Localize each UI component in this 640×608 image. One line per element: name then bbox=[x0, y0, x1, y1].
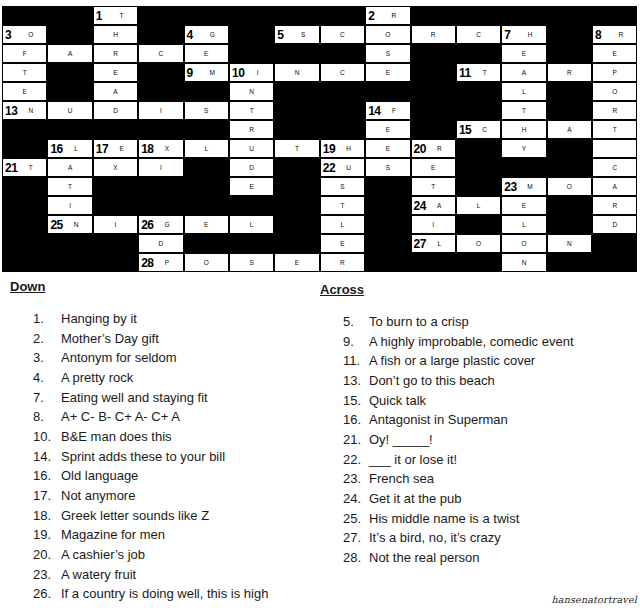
cell-letter: S bbox=[230, 259, 273, 266]
cell-r4c9[interactable]: E bbox=[365, 63, 410, 82]
cell-r4c12[interactable]: A bbox=[501, 63, 546, 82]
black-cell-r1c12 bbox=[501, 6, 546, 25]
cell-letter: A bbox=[548, 126, 591, 132]
cell-letter: E bbox=[185, 221, 228, 228]
cell-r6c14[interactable]: R bbox=[592, 101, 637, 120]
clue-item-text: A fish or a large plastic cover bbox=[369, 353, 638, 369]
cell-r9c6[interactable]: D bbox=[229, 158, 274, 177]
cell-r14c6[interactable]: S bbox=[229, 253, 274, 272]
cell-r9c1[interactable]: 21T bbox=[2, 158, 47, 177]
black-cell-r14c2 bbox=[47, 253, 92, 272]
clue-item-number: 18. bbox=[33, 508, 61, 524]
cell-r3c4[interactable]: C bbox=[138, 44, 183, 63]
black-cell-r9c7 bbox=[274, 158, 319, 177]
clue-item-2: 2.Mother’s Day gift bbox=[33, 331, 333, 351]
clue-item-24: 24.Get it at the pub bbox=[343, 491, 638, 511]
cell-r10c14[interactable]: A bbox=[592, 177, 637, 196]
cell-letter: I bbox=[139, 164, 182, 171]
cell-r7c9[interactable]: E bbox=[365, 120, 410, 139]
black-cell-r12c7 bbox=[274, 215, 319, 234]
cell-r8c2[interactable]: 16L bbox=[47, 139, 92, 158]
black-cell-r1c8 bbox=[320, 6, 365, 25]
cell-letter: N bbox=[548, 240, 591, 247]
cell-letter: E bbox=[321, 240, 364, 247]
cell-r7c13[interactable]: A bbox=[547, 120, 592, 139]
cell-r8c9[interactable]: E bbox=[365, 139, 410, 158]
cell-letter: H bbox=[333, 145, 364, 152]
cell-letter: E bbox=[366, 145, 409, 152]
clue-number-8: 8 bbox=[595, 28, 601, 40]
cell-r9c14[interactable]: C bbox=[592, 158, 637, 177]
cell-letter: R bbox=[593, 107, 636, 114]
black-cell-r2c6 bbox=[229, 25, 274, 44]
cell-letter: N bbox=[230, 88, 273, 95]
cell-r2c7[interactable]: 5S bbox=[274, 25, 319, 44]
black-cell-r13c7 bbox=[274, 234, 319, 253]
cell-letter: S bbox=[185, 107, 228, 114]
black-cell-r5c4 bbox=[138, 82, 183, 101]
clue-number-2: 2 bbox=[368, 9, 374, 21]
clue-item-number: 5. bbox=[343, 314, 369, 330]
cell-r7c12[interactable]: H bbox=[501, 120, 546, 139]
cell-letter: E bbox=[3, 88, 46, 95]
black-cell-r7c8 bbox=[320, 120, 365, 139]
cell-letter: L bbox=[185, 145, 228, 152]
clue-item-text: Quick talk bbox=[369, 393, 638, 409]
cell-r2c10[interactable]: R bbox=[411, 25, 456, 44]
cell-r6c6[interactable]: T bbox=[229, 101, 274, 120]
clue-item-25: 25.His middle name is a twist bbox=[343, 511, 638, 531]
across-clues-list: 5.To burn to a crisp9.A highly improbabl… bbox=[343, 314, 638, 570]
cell-letter: L bbox=[502, 221, 545, 228]
cell-letter: I bbox=[242, 69, 273, 76]
cell-letter: E bbox=[230, 183, 273, 190]
cell-r6c12[interactable]: T bbox=[501, 101, 546, 120]
clue-item-number: 23. bbox=[33, 567, 61, 583]
clue-item-number: 19. bbox=[33, 527, 61, 543]
clue-item-text: His middle name is a twist bbox=[369, 511, 638, 527]
cell-r11c2[interactable]: I bbox=[47, 196, 92, 215]
clue-item-text: Get it at the pub bbox=[369, 491, 638, 507]
cell-r8c8[interactable]: 19H bbox=[320, 139, 365, 158]
cell-r7c6[interactable]: R bbox=[229, 120, 274, 139]
cell-letter: D bbox=[230, 164, 273, 171]
cell-r10c10[interactable]: T bbox=[411, 177, 456, 196]
clue-item-text: A watery fruit bbox=[61, 567, 333, 583]
clue-item-text: Not anymore bbox=[61, 488, 333, 504]
clue-item-number: 8. bbox=[33, 409, 61, 425]
black-cell-r6c13 bbox=[547, 101, 592, 120]
cell-r8c4[interactable]: 18X bbox=[138, 139, 183, 158]
cell-r2c8[interactable]: C bbox=[320, 25, 365, 44]
cell-r3c1[interactable]: F bbox=[2, 44, 47, 63]
cell-r12c4[interactable]: 26G bbox=[138, 215, 183, 234]
black-cell-r13c6 bbox=[229, 234, 274, 253]
clue-item-text: Old language bbox=[61, 468, 333, 484]
cell-r4c11[interactable]: 11T bbox=[456, 63, 501, 82]
cell-r5c1[interactable]: E bbox=[2, 82, 47, 101]
cell-letter: D bbox=[139, 240, 182, 247]
cell-letter: T bbox=[321, 202, 364, 209]
cell-letter: T bbox=[48, 183, 91, 190]
cell-letter: H bbox=[514, 31, 545, 38]
clue-item-text: A+ C- B- C+ A- C+ A bbox=[61, 409, 333, 425]
cell-letter: O bbox=[593, 88, 636, 95]
black-cell-r14c11 bbox=[456, 253, 501, 272]
clue-item-11: 11.A fish or a large plastic cover bbox=[343, 353, 638, 373]
cell-r7c14[interactable]: T bbox=[592, 120, 637, 139]
cell-letter: N bbox=[61, 221, 92, 228]
clue-item-number: 2. bbox=[33, 331, 61, 347]
cell-r10c13[interactable]: O bbox=[547, 177, 592, 196]
clue-number-7: 7 bbox=[504, 28, 510, 40]
black-cell-r7c7 bbox=[274, 120, 319, 139]
cell-r2c5[interactable]: 4G bbox=[184, 25, 229, 44]
cell-letter: D bbox=[593, 221, 636, 228]
cell-letter: L bbox=[424, 240, 455, 247]
clue-item-text: Not the real person bbox=[369, 550, 638, 566]
clue-item-27: 27.It’s a bird, no, it’s crazy bbox=[343, 530, 638, 550]
clue-item-text: Don’t go to this beach bbox=[369, 373, 638, 389]
cell-letter: O bbox=[15, 31, 46, 38]
clue-item-9: 9.A highly improbable, comedic event bbox=[343, 334, 638, 354]
clue-item-13: 13.Don’t go to this beach bbox=[343, 373, 638, 393]
cell-r8c14[interactable] bbox=[592, 139, 637, 158]
black-cell-r7c3 bbox=[93, 120, 138, 139]
cell-r2c12[interactable]: 7H bbox=[501, 25, 546, 44]
cell-letter: L bbox=[457, 202, 500, 209]
cell-r6c5[interactable]: S bbox=[184, 101, 229, 120]
cell-r8c6[interactable]: U bbox=[229, 139, 274, 158]
cell-r5c14[interactable]: O bbox=[592, 82, 637, 101]
clue-item-4: 4.A pretty rock bbox=[33, 370, 333, 390]
cell-r9c3[interactable]: X bbox=[93, 158, 138, 177]
black-cell-r14c14 bbox=[592, 253, 637, 272]
cell-r6c2[interactable]: U bbox=[47, 101, 92, 120]
black-cell-r13c14 bbox=[592, 234, 637, 253]
cell-r3c5[interactable]: E bbox=[184, 44, 229, 63]
cell-letter: C bbox=[139, 50, 182, 57]
cell-letter: E bbox=[502, 202, 545, 209]
cell-r12c10[interactable]: I bbox=[411, 215, 456, 234]
cell-letter: P bbox=[151, 259, 182, 266]
clue-item-number: 10. bbox=[33, 429, 61, 445]
clue-item-text: Antagonist in Superman bbox=[369, 412, 638, 428]
cell-letter: A bbox=[48, 50, 91, 57]
cell-r2c1[interactable]: 3O bbox=[2, 25, 47, 44]
cell-r4c8[interactable]: C bbox=[320, 63, 365, 82]
cell-r12c5[interactable]: E bbox=[184, 215, 229, 234]
cell-r6c9[interactable]: 14F bbox=[365, 101, 410, 120]
cell-letter: N bbox=[15, 107, 46, 114]
cell-letter: L bbox=[321, 221, 364, 228]
black-cell-r8c11 bbox=[456, 139, 501, 158]
cell-r4c1[interactable]: T bbox=[2, 63, 47, 82]
cell-letter: O bbox=[457, 240, 500, 247]
cell-r5c6[interactable]: N bbox=[229, 82, 274, 101]
cell-r13c11[interactable]: O bbox=[456, 234, 501, 253]
cell-r10c2[interactable]: T bbox=[47, 177, 92, 196]
clue-item-number: 25. bbox=[343, 511, 369, 527]
cell-r4c13[interactable]: R bbox=[547, 63, 592, 82]
cell-r2c14[interactable]: 8R bbox=[592, 25, 637, 44]
clue-item-text: To burn to a crisp bbox=[369, 314, 638, 330]
cell-r1c3[interactable]: 1T bbox=[93, 6, 138, 25]
black-cell-r1c7 bbox=[274, 6, 319, 25]
cell-r14c8[interactable]: R bbox=[320, 253, 365, 272]
cell-r12c12[interactable]: L bbox=[501, 215, 546, 234]
cell-r9c10[interactable]: E bbox=[411, 158, 456, 177]
cell-letter: P bbox=[593, 69, 636, 76]
clue-item-22: 22.___ it or lose it! bbox=[343, 452, 638, 472]
cell-r9c8[interactable]: 22U bbox=[320, 158, 365, 177]
cell-r12c14[interactable]: D bbox=[592, 215, 637, 234]
cell-r3c3[interactable]: R bbox=[93, 44, 138, 63]
cell-r4c7[interactable]: N bbox=[274, 63, 319, 82]
cell-r8c10[interactable]: 20R bbox=[411, 139, 456, 158]
black-cell-r13c9 bbox=[365, 234, 410, 253]
crossword-board: 1T2R3OH4G5SCORC7H8RFARCESEETE9M10INCE11T… bbox=[2, 6, 637, 272]
cell-letter: O bbox=[366, 31, 409, 38]
black-cell-r5c8 bbox=[320, 82, 365, 101]
black-cell-r7c4 bbox=[138, 120, 183, 139]
black-cell-r1c13 bbox=[547, 6, 592, 25]
cell-letter: O bbox=[185, 259, 228, 266]
black-cell-r3c13 bbox=[547, 44, 592, 63]
cell-r13c13[interactable]: N bbox=[547, 234, 592, 253]
cell-letter: M bbox=[514, 183, 545, 190]
cell-letter: N bbox=[502, 259, 545, 266]
cell-letter: T bbox=[593, 126, 636, 132]
cell-r12c3[interactable]: I bbox=[93, 215, 138, 234]
cell-letter: E bbox=[94, 69, 137, 76]
cell-letter: R bbox=[94, 50, 137, 57]
cell-r10c8[interactable]: S bbox=[320, 177, 365, 196]
cell-r13c10[interactable]: 27L bbox=[411, 234, 456, 253]
cell-letter: S bbox=[366, 50, 409, 57]
black-cell-r3c7 bbox=[274, 44, 319, 63]
cell-r3c12[interactable]: E bbox=[501, 44, 546, 63]
clue-item-23: 23.A watery fruit bbox=[33, 567, 333, 587]
cell-letter: I bbox=[48, 202, 91, 209]
clue-item-1: 1.Hanging by it bbox=[33, 311, 333, 331]
black-cell-r14c13 bbox=[547, 253, 592, 272]
clue-item-text: Eating well and staying fit bbox=[61, 390, 333, 406]
cell-r6c3[interactable]: D bbox=[93, 101, 138, 120]
black-cell-r1c1 bbox=[2, 6, 47, 25]
cell-r9c2[interactable]: A bbox=[47, 158, 92, 177]
clue-item-text: Oy! _____! bbox=[369, 432, 638, 448]
cell-r4c6[interactable]: 10I bbox=[229, 63, 274, 82]
clue-item-number: 28. bbox=[343, 550, 369, 566]
cell-r9c9[interactable]: S bbox=[365, 158, 410, 177]
black-cell-r10c4 bbox=[138, 177, 183, 196]
cell-letter: T bbox=[412, 183, 455, 190]
black-cell-r3c6 bbox=[229, 44, 274, 63]
clue-item-text: If a country is doing well, this is high bbox=[61, 586, 333, 602]
cell-r3c14[interactable]: E bbox=[592, 44, 637, 63]
black-cell-r6c8 bbox=[320, 101, 365, 120]
clue-item-text: A cashier’s job bbox=[61, 547, 333, 563]
cell-r12c6[interactable]: L bbox=[229, 215, 274, 234]
cell-r2c11[interactable]: C bbox=[456, 25, 501, 44]
clue-item-number: 9. bbox=[343, 334, 369, 350]
cell-r14c5[interactable]: O bbox=[184, 253, 229, 272]
cell-letter: G bbox=[151, 221, 182, 228]
cell-r8c12[interactable]: Y bbox=[501, 139, 546, 158]
clue-item-text: Hanging by it bbox=[61, 311, 333, 327]
cell-letter: N bbox=[275, 69, 318, 76]
cell-r2c3[interactable]: H bbox=[93, 25, 138, 44]
cell-letter: E bbox=[185, 50, 228, 57]
clue-item-16: 16.Antagonist in Superman bbox=[343, 412, 638, 432]
clue-item-number: 15. bbox=[343, 393, 369, 409]
black-cell-r12c13 bbox=[547, 215, 592, 234]
clue-item-14: 14.Sprint adds these to your bill bbox=[33, 449, 333, 469]
cell-r1c9[interactable]: 2R bbox=[365, 6, 410, 25]
cell-r6c4[interactable]: I bbox=[138, 101, 183, 120]
cell-r4c5[interactable]: 9M bbox=[184, 63, 229, 82]
cell-r3c2[interactable]: A bbox=[47, 44, 92, 63]
cell-r10c6[interactable]: E bbox=[229, 177, 274, 196]
black-cell-r13c1 bbox=[2, 234, 47, 253]
clue-item-number: 23. bbox=[343, 471, 369, 487]
black-cell-r5c13 bbox=[547, 82, 592, 101]
cell-letter: S bbox=[321, 183, 364, 190]
black-cell-r11c13 bbox=[547, 196, 592, 215]
cell-letter: S bbox=[287, 31, 318, 38]
cell-letter: U bbox=[230, 145, 273, 152]
black-cell-r9c12 bbox=[501, 158, 546, 177]
clue-item-text: Antonym for seldom bbox=[61, 350, 333, 366]
clue-item-text: French sea bbox=[369, 471, 638, 487]
cell-r4c14[interactable]: P bbox=[592, 63, 637, 82]
cell-r9c4[interactable]: I bbox=[138, 158, 183, 177]
cell-letter: C bbox=[593, 164, 636, 171]
cell-letter: D bbox=[94, 107, 137, 114]
clue-item-number: 7. bbox=[33, 390, 61, 406]
cell-r5c3[interactable]: A bbox=[93, 82, 138, 101]
black-cell-r4c2 bbox=[47, 63, 92, 82]
cell-letter: U bbox=[48, 107, 91, 114]
black-cell-r5c10 bbox=[411, 82, 456, 101]
cell-letter: R bbox=[378, 12, 409, 18]
clue-item-15: 15.Quick talk bbox=[343, 393, 638, 413]
black-cell-r1c11 bbox=[456, 6, 501, 25]
black-cell-r6c10 bbox=[411, 101, 456, 120]
cell-letter: C bbox=[321, 69, 364, 76]
cell-letter: R bbox=[230, 126, 273, 132]
clue-item-7: 7.Eating well and staying fit bbox=[33, 390, 333, 410]
cell-r13c8[interactable]: E bbox=[320, 234, 365, 253]
cell-letter: I bbox=[412, 221, 455, 228]
cell-r14c4[interactable]: 28P bbox=[138, 253, 183, 272]
cell-r8c5[interactable]: L bbox=[184, 139, 229, 158]
cell-letter: R bbox=[605, 31, 636, 38]
cell-r11c14[interactable]: R bbox=[592, 196, 637, 215]
cell-r10c12[interactable]: 23M bbox=[501, 177, 546, 196]
black-cell-r5c5 bbox=[184, 82, 229, 101]
cell-r12c8[interactable]: L bbox=[320, 215, 365, 234]
black-cell-r6c11 bbox=[456, 101, 501, 120]
clue-item-number: 21. bbox=[343, 432, 369, 448]
cell-letter: X bbox=[94, 164, 137, 171]
cell-r11c10[interactable]: 24A bbox=[411, 196, 456, 215]
clue-item-19: 19.Magazine for men bbox=[33, 527, 333, 547]
cell-r3c9[interactable]: S bbox=[365, 44, 410, 63]
cell-r11c11[interactable]: L bbox=[456, 196, 501, 215]
cell-r12c2[interactable]: 25N bbox=[47, 215, 92, 234]
cell-letter: A bbox=[593, 183, 636, 190]
cell-letter: C bbox=[321, 31, 364, 38]
black-cell-r14c9 bbox=[365, 253, 410, 272]
cell-r8c7[interactable]: T bbox=[274, 139, 319, 158]
black-cell-r14c1 bbox=[2, 253, 47, 272]
clue-item-10: 10.B&E man does this bbox=[33, 429, 333, 449]
black-cell-r7c2 bbox=[47, 120, 92, 139]
cell-r13c4[interactable]: D bbox=[138, 234, 183, 253]
clue-item-number: 27. bbox=[343, 530, 369, 546]
cell-letter: C bbox=[469, 126, 500, 132]
cell-letter: E bbox=[412, 164, 455, 171]
cell-r7c11[interactable]: 15C bbox=[456, 120, 501, 139]
cell-r14c12[interactable]: N bbox=[501, 253, 546, 272]
cell-letter: L bbox=[502, 88, 545, 95]
down-clues-list: 1.Hanging by it2.Mother’s Day gift3.Anto… bbox=[33, 311, 333, 606]
black-cell-r11c7 bbox=[274, 196, 319, 215]
black-cell-r1c5 bbox=[184, 6, 229, 25]
cell-letter: R bbox=[412, 31, 455, 38]
cell-letter: R bbox=[321, 259, 364, 266]
cell-r11c12[interactable]: E bbox=[501, 196, 546, 215]
watermark-signature: hansenatortravel bbox=[551, 594, 637, 605]
black-cell-r11c9 bbox=[365, 196, 410, 215]
clue-item-number: 24. bbox=[343, 491, 369, 507]
black-cell-r9c5 bbox=[184, 158, 229, 177]
cell-r5c12[interactable]: L bbox=[501, 82, 546, 101]
clue-item-text: ___ it or lose it! bbox=[369, 452, 638, 468]
clue-item-number: 11. bbox=[343, 353, 369, 369]
black-cell-r3c8 bbox=[320, 44, 365, 63]
black-cell-r11c6 bbox=[229, 196, 274, 215]
cell-r2c9[interactable]: O bbox=[365, 25, 410, 44]
cell-r11c8[interactable]: T bbox=[320, 196, 365, 215]
clue-item-20: 20.A cashier’s job bbox=[33, 547, 333, 567]
clue-item-number: 22. bbox=[343, 452, 369, 468]
clue-item-text: Magazine for men bbox=[61, 527, 333, 543]
cell-r14c7[interactable]: E bbox=[274, 253, 319, 272]
clue-item-number: 16. bbox=[33, 468, 61, 484]
across-clues-header: Across bbox=[320, 282, 364, 297]
black-cell-r13c2 bbox=[47, 234, 92, 253]
clue-number-4: 4 bbox=[187, 28, 193, 40]
cell-letter: U bbox=[333, 164, 364, 171]
cell-r13c12[interactable]: O bbox=[501, 234, 546, 253]
cell-r6c1[interactable]: 13N bbox=[2, 101, 47, 120]
cell-r8c3[interactable]: 17E bbox=[93, 139, 138, 158]
cell-letter: G bbox=[197, 31, 228, 38]
cell-letter: O bbox=[548, 183, 591, 190]
clue-item-text: A pretty rock bbox=[61, 370, 333, 386]
cell-r4c3[interactable]: E bbox=[93, 63, 138, 82]
cell-letter: H bbox=[94, 31, 137, 38]
clue-number-1: 1 bbox=[96, 9, 102, 21]
clue-item-3: 3.Antonym for seldom bbox=[33, 350, 333, 370]
cell-letter: E bbox=[502, 50, 545, 57]
cell-letter: F bbox=[3, 50, 46, 57]
cell-letter: I bbox=[139, 107, 182, 114]
black-cell-r2c13 bbox=[547, 25, 592, 44]
